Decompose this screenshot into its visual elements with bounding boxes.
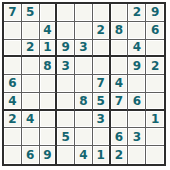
- given-digit: 4: [115, 77, 123, 89]
- given-digit: 3: [133, 131, 141, 143]
- given-digit: 1: [43, 41, 51, 53]
- cell-r4c2[interactable]: [22, 57, 40, 75]
- cell-r8c5[interactable]: [75, 128, 93, 146]
- given-digit: 2: [133, 6, 141, 18]
- given-digit: 4: [8, 95, 16, 107]
- cell-r1c1[interactable]: 7: [4, 4, 22, 22]
- cell-r3c7[interactable]: [111, 40, 129, 58]
- cell-r2c5[interactable]: [75, 22, 93, 40]
- given-digit: 4: [133, 41, 141, 53]
- cell-r5c6[interactable]: 7: [93, 75, 111, 93]
- cell-r9c2[interactable]: 6: [22, 146, 40, 164]
- cell-r9c6[interactable]: 1: [93, 146, 111, 164]
- cell-r3c5[interactable]: 3: [75, 40, 93, 58]
- cell-r6c1[interactable]: 4: [4, 93, 22, 111]
- given-digit: 1: [97, 149, 105, 161]
- cell-r5c5[interactable]: [75, 75, 93, 93]
- cell-r3c8[interactable]: 4: [128, 40, 146, 58]
- cell-r4c4[interactable]: 3: [57, 57, 75, 75]
- given-digit: 7: [97, 77, 105, 89]
- given-digit: 2: [115, 149, 123, 161]
- cell-r6c5[interactable]: 8: [75, 93, 93, 111]
- cell-r4c6[interactable]: [93, 57, 111, 75]
- given-digit: 5: [97, 95, 105, 107]
- cell-r9c4[interactable]: [57, 146, 75, 164]
- given-digit: 9: [133, 60, 141, 72]
- cell-r4c5[interactable]: [75, 57, 93, 75]
- cell-r2c4[interactable]: [57, 22, 75, 40]
- cell-r9c5[interactable]: 4: [75, 146, 93, 164]
- cell-r6c7[interactable]: 7: [111, 93, 129, 111]
- cell-r2c3[interactable]: 4: [40, 22, 58, 40]
- cell-r7c7[interactable]: [111, 111, 129, 129]
- given-digit: 2: [8, 113, 16, 125]
- given-digit: 5: [26, 6, 34, 18]
- cell-r3c2[interactable]: 2: [22, 40, 40, 58]
- cell-r2c6[interactable]: 2: [93, 22, 111, 40]
- cell-r7c6[interactable]: 3: [93, 111, 111, 129]
- cell-r6c9[interactable]: [146, 93, 164, 111]
- cell-r4c3[interactable]: 8: [40, 57, 58, 75]
- cell-r7c4[interactable]: [57, 111, 75, 129]
- cell-r4c8[interactable]: 9: [128, 57, 146, 75]
- cell-r9c9[interactable]: [146, 146, 164, 164]
- cell-r5c3[interactable]: [40, 75, 58, 93]
- given-digit: 9: [62, 41, 70, 53]
- given-digit: 1: [151, 113, 159, 125]
- cell-r5c1[interactable]: 6: [4, 75, 22, 93]
- given-digit: 5: [62, 131, 70, 143]
- cell-r5c4[interactable]: [57, 75, 75, 93]
- cell-r5c2[interactable]: [22, 75, 40, 93]
- cell-r6c2[interactable]: [22, 93, 40, 111]
- cell-r3c1[interactable]: [4, 40, 22, 58]
- given-digit: 9: [151, 6, 159, 18]
- cell-r8c9[interactable]: [146, 128, 164, 146]
- given-digit: 6: [26, 149, 34, 161]
- given-digit: 2: [151, 60, 159, 72]
- cell-r5c8[interactable]: [128, 75, 146, 93]
- cell-r8c6[interactable]: [93, 128, 111, 146]
- cell-r6c8[interactable]: 6: [128, 93, 146, 111]
- cell-r7c8[interactable]: [128, 111, 146, 129]
- cell-r9c7[interactable]: 2: [111, 146, 129, 164]
- given-digit: 8: [79, 95, 87, 107]
- cell-r2c7[interactable]: 8: [111, 22, 129, 40]
- cell-r7c9[interactable]: 1: [146, 111, 164, 129]
- cell-r2c1[interactable]: [4, 22, 22, 40]
- cell-r7c5[interactable]: [75, 111, 93, 129]
- cell-r6c3[interactable]: [40, 93, 58, 111]
- cell-r4c9[interactable]: 2: [146, 57, 164, 75]
- cell-r5c7[interactable]: 4: [111, 75, 129, 93]
- given-digit: 6: [8, 77, 16, 89]
- given-digit: 3: [79, 41, 87, 53]
- cell-r9c3[interactable]: 9: [40, 146, 58, 164]
- given-digit: 6: [151, 24, 159, 36]
- given-digit: 8: [43, 60, 51, 72]
- given-digit: 6: [115, 131, 123, 143]
- cell-r1c4[interactable]: [57, 4, 75, 22]
- cell-r5c9[interactable]: [146, 75, 164, 93]
- cell-r8c2[interactable]: [22, 128, 40, 146]
- cell-r1c9[interactable]: 9: [146, 4, 164, 22]
- given-digit: 3: [62, 60, 70, 72]
- given-digit: 8: [115, 24, 123, 36]
- given-digit: 7: [8, 6, 16, 18]
- cell-r2c9[interactable]: 6: [146, 22, 164, 40]
- given-digit: 4: [43, 24, 51, 36]
- cell-r3c4[interactable]: 9: [57, 40, 75, 58]
- cell-r2c2[interactable]: [22, 22, 40, 40]
- cell-r1c3[interactable]: [40, 4, 58, 22]
- cell-r4c7[interactable]: [111, 57, 129, 75]
- cell-r8c3[interactable]: [40, 128, 58, 146]
- cell-r3c6[interactable]: [93, 40, 111, 58]
- cell-r1c7[interactable]: [111, 4, 129, 22]
- sudoku-board: 7529428621934839267448576243156369412: [2, 2, 166, 166]
- cell-r1c5[interactable]: [75, 4, 93, 22]
- cell-r9c8[interactable]: [128, 146, 146, 164]
- cell-r1c2[interactable]: 5: [22, 4, 40, 22]
- cell-r1c8[interactable]: 2: [128, 4, 146, 22]
- cell-r7c2[interactable]: 4: [22, 111, 40, 129]
- cell-r1c6[interactable]: [93, 4, 111, 22]
- given-digit: 2: [26, 41, 34, 53]
- given-digit: 7: [115, 95, 123, 107]
- cell-r6c4[interactable]: [57, 93, 75, 111]
- cell-r7c1[interactable]: 2: [4, 111, 22, 129]
- cell-r9c1[interactable]: [4, 146, 22, 164]
- given-digit: 4: [26, 113, 34, 125]
- cell-r7c3[interactable]: [40, 111, 58, 129]
- given-digit: 3: [97, 113, 105, 125]
- cell-r8c8[interactable]: 3: [128, 128, 146, 146]
- cell-r3c3[interactable]: 1: [40, 40, 58, 58]
- cell-r8c1[interactable]: [4, 128, 22, 146]
- given-digit: 2: [97, 24, 105, 36]
- given-digit: 6: [133, 95, 141, 107]
- cell-r8c4[interactable]: 5: [57, 128, 75, 146]
- cell-r3c9[interactable]: [146, 40, 164, 58]
- cell-r8c7[interactable]: 6: [111, 128, 129, 146]
- cell-r6c6[interactable]: 5: [93, 93, 111, 111]
- cell-r2c8[interactable]: [128, 22, 146, 40]
- cell-r4c1[interactable]: [4, 57, 22, 75]
- given-digit: 4: [79, 149, 87, 161]
- given-digit: 9: [43, 149, 51, 161]
